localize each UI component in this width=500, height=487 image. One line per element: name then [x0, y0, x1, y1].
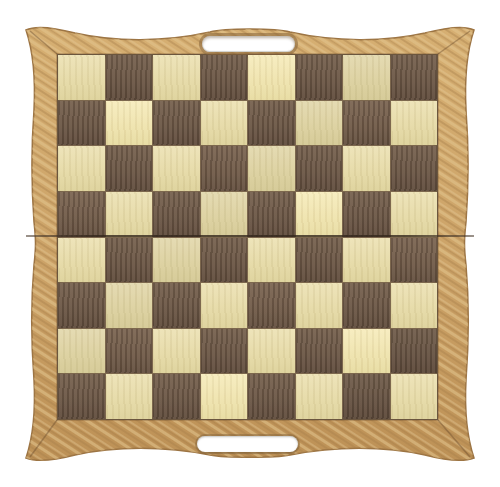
square-g5[interactable] [343, 192, 390, 237]
square-h7[interactable] [391, 101, 438, 146]
square-f6[interactable] [296, 146, 343, 191]
square-c2[interactable] [153, 329, 200, 374]
square-a2[interactable] [58, 329, 105, 374]
square-e1[interactable] [248, 374, 295, 419]
square-a5[interactable] [58, 192, 105, 237]
square-f4[interactable] [296, 238, 343, 283]
square-e7[interactable] [248, 101, 295, 146]
square-h6[interactable] [391, 146, 438, 191]
square-e8[interactable] [248, 55, 295, 100]
square-h1[interactable] [391, 374, 438, 419]
square-b1[interactable] [106, 374, 153, 419]
square-f3[interactable] [296, 283, 343, 328]
square-g7[interactable] [343, 101, 390, 146]
square-e4[interactable] [248, 238, 295, 283]
square-b5[interactable] [106, 192, 153, 237]
square-b6[interactable] [106, 146, 153, 191]
square-g1[interactable] [343, 374, 390, 419]
square-h4[interactable] [391, 238, 438, 283]
square-b8[interactable] [106, 55, 153, 100]
square-e3[interactable] [248, 283, 295, 328]
square-d5[interactable] [201, 192, 248, 237]
square-f2[interactable] [296, 329, 343, 374]
square-b3[interactable] [106, 283, 153, 328]
fold-seam [26, 235, 474, 237]
square-c4[interactable] [153, 238, 200, 283]
chessboard-photo [0, 0, 500, 487]
square-h2[interactable] [391, 329, 438, 374]
square-h5[interactable] [391, 192, 438, 237]
square-f5[interactable] [296, 192, 343, 237]
square-d1[interactable] [201, 374, 248, 419]
square-e5[interactable] [248, 192, 295, 237]
square-d4[interactable] [201, 238, 248, 283]
square-a6[interactable] [58, 146, 105, 191]
square-f1[interactable] [296, 374, 343, 419]
square-g4[interactable] [343, 238, 390, 283]
square-d6[interactable] [201, 146, 248, 191]
square-h3[interactable] [391, 283, 438, 328]
square-c3[interactable] [153, 283, 200, 328]
square-g3[interactable] [343, 283, 390, 328]
board-grid [57, 54, 438, 420]
square-c5[interactable] [153, 192, 200, 237]
square-c6[interactable] [153, 146, 200, 191]
square-f7[interactable] [296, 101, 343, 146]
square-c7[interactable] [153, 101, 200, 146]
square-d8[interactable] [201, 55, 248, 100]
square-e6[interactable] [248, 146, 295, 191]
square-g8[interactable] [343, 55, 390, 100]
square-a1[interactable] [58, 374, 105, 419]
square-a8[interactable] [58, 55, 105, 100]
square-b2[interactable] [106, 329, 153, 374]
square-a7[interactable] [58, 101, 105, 146]
square-c1[interactable] [153, 374, 200, 419]
square-e2[interactable] [248, 329, 295, 374]
square-a4[interactable] [58, 238, 105, 283]
square-h8[interactable] [391, 55, 438, 100]
square-c8[interactable] [153, 55, 200, 100]
square-a3[interactable] [58, 283, 105, 328]
square-f8[interactable] [296, 55, 343, 100]
square-d7[interactable] [201, 101, 248, 146]
square-g6[interactable] [343, 146, 390, 191]
square-d3[interactable] [201, 283, 248, 328]
bottom-handle-slot[interactable] [197, 436, 298, 452]
square-b7[interactable] [106, 101, 153, 146]
square-g2[interactable] [343, 329, 390, 374]
square-b4[interactable] [106, 238, 153, 283]
top-handle-slot[interactable] [202, 36, 295, 52]
square-d2[interactable] [201, 329, 248, 374]
